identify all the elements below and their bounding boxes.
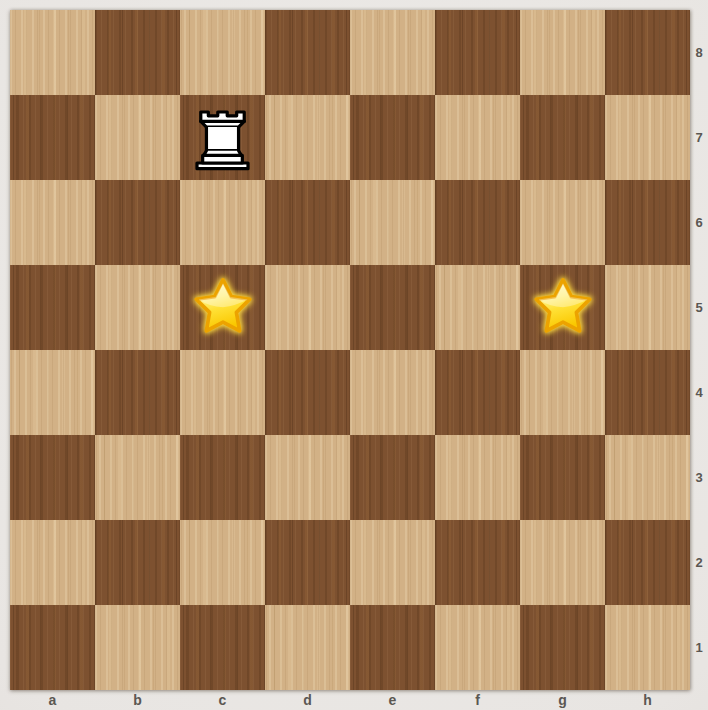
file-label-e: e: [350, 690, 435, 710]
square-a8[interactable]: [10, 10, 95, 95]
rank-label-4: 4: [690, 350, 708, 435]
square-h6[interactable]: [605, 180, 690, 265]
square-d2[interactable]: [265, 520, 350, 605]
rank-label-5: 5: [690, 265, 708, 350]
square-b1[interactable]: [95, 605, 180, 690]
square-h5[interactable]: [605, 265, 690, 350]
square-g7[interactable]: [520, 95, 605, 180]
rank-label-1: 1: [690, 605, 708, 690]
board: [10, 10, 690, 690]
square-a5[interactable]: [10, 265, 95, 350]
square-d3[interactable]: [265, 435, 350, 520]
square-h8[interactable]: [605, 10, 690, 95]
square-a1[interactable]: [10, 605, 95, 690]
square-a4[interactable]: [10, 350, 95, 435]
square-b8[interactable]: [95, 10, 180, 95]
square-g5[interactable]: [520, 265, 605, 350]
square-f8[interactable]: [435, 10, 520, 95]
square-d6[interactable]: [265, 180, 350, 265]
file-label-d: d: [265, 690, 350, 710]
square-e3[interactable]: [350, 435, 435, 520]
square-c3[interactable]: [180, 435, 265, 520]
square-c8[interactable]: [180, 10, 265, 95]
file-label-c: c: [180, 690, 265, 710]
target-star-icon: [532, 277, 594, 339]
square-d8[interactable]: [265, 10, 350, 95]
square-g4[interactable]: [520, 350, 605, 435]
square-a3[interactable]: [10, 435, 95, 520]
square-c2[interactable]: [180, 520, 265, 605]
square-d1[interactable]: [265, 605, 350, 690]
square-e4[interactable]: [350, 350, 435, 435]
square-g2[interactable]: [520, 520, 605, 605]
square-e8[interactable]: [350, 10, 435, 95]
square-h2[interactable]: [605, 520, 690, 605]
file-label-b: b: [95, 690, 180, 710]
square-e1[interactable]: [350, 605, 435, 690]
square-b7[interactable]: [95, 95, 180, 180]
square-b5[interactable]: [95, 265, 180, 350]
white-rook[interactable]: [180, 95, 265, 180]
rank-label-2: 2: [690, 520, 708, 605]
file-label-h: h: [605, 690, 690, 710]
square-a6[interactable]: [10, 180, 95, 265]
square-f3[interactable]: [435, 435, 520, 520]
file-label-f: f: [435, 690, 520, 710]
square-e7[interactable]: [350, 95, 435, 180]
square-b3[interactable]: [95, 435, 180, 520]
square-b4[interactable]: [95, 350, 180, 435]
rank-label-8: 8: [690, 10, 708, 95]
square-c5[interactable]: [180, 265, 265, 350]
square-f5[interactable]: [435, 265, 520, 350]
rank-coordinates: 87654321: [690, 10, 708, 690]
square-b6[interactable]: [95, 180, 180, 265]
square-g3[interactable]: [520, 435, 605, 520]
square-c7[interactable]: [180, 95, 265, 180]
square-a7[interactable]: [10, 95, 95, 180]
square-e5[interactable]: [350, 265, 435, 350]
square-d5[interactable]: [265, 265, 350, 350]
square-c1[interactable]: [180, 605, 265, 690]
square-c4[interactable]: [180, 350, 265, 435]
square-f6[interactable]: [435, 180, 520, 265]
file-label-g: g: [520, 690, 605, 710]
square-g8[interactable]: [520, 10, 605, 95]
square-e2[interactable]: [350, 520, 435, 605]
square-e6[interactable]: [350, 180, 435, 265]
chess-lesson-screen: 87654321 abcdefgh: [0, 0, 708, 710]
square-f7[interactable]: [435, 95, 520, 180]
square-f2[interactable]: [435, 520, 520, 605]
file-coordinates: abcdefgh: [10, 690, 690, 710]
square-h1[interactable]: [605, 605, 690, 690]
square-f4[interactable]: [435, 350, 520, 435]
target-star-icon: [192, 277, 254, 339]
rank-label-3: 3: [690, 435, 708, 520]
square-g1[interactable]: [520, 605, 605, 690]
square-c6[interactable]: [180, 180, 265, 265]
rank-label-7: 7: [690, 95, 708, 180]
square-h3[interactable]: [605, 435, 690, 520]
square-h4[interactable]: [605, 350, 690, 435]
square-h7[interactable]: [605, 95, 690, 180]
square-b2[interactable]: [95, 520, 180, 605]
square-d7[interactable]: [265, 95, 350, 180]
square-f1[interactable]: [435, 605, 520, 690]
square-a2[interactable]: [10, 520, 95, 605]
square-d4[interactable]: [265, 350, 350, 435]
file-label-a: a: [10, 690, 95, 710]
square-g6[interactable]: [520, 180, 605, 265]
rank-label-6: 6: [690, 180, 708, 265]
